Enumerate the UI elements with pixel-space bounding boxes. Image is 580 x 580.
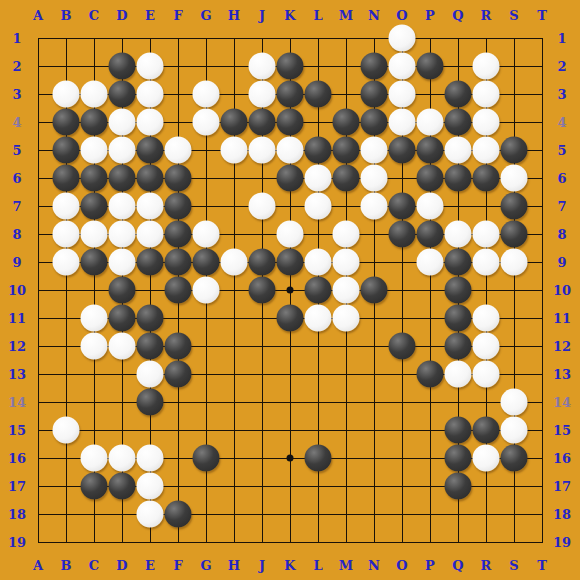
- col-label-bottom-S: S: [509, 559, 518, 572]
- black-stone-Q9: [445, 249, 472, 276]
- white-stone-H5: [221, 137, 248, 164]
- white-stone-R9: [473, 249, 500, 276]
- white-stone-S15: [501, 417, 528, 444]
- row-label-right-1: 1: [557, 32, 566, 45]
- black-stone-L3: [305, 81, 332, 108]
- white-stone-P4: [417, 109, 444, 136]
- black-stone-Q16: [445, 445, 472, 472]
- col-label-bottom-G: G: [200, 559, 211, 572]
- white-stone-E7: [137, 193, 164, 220]
- white-stone-C12: [81, 333, 108, 360]
- white-stone-D7: [109, 193, 136, 220]
- col-label-bottom-R: R: [481, 559, 492, 572]
- black-stone-K2: [277, 53, 304, 80]
- black-stone-S7: [501, 193, 528, 220]
- col-label-top-D: D: [116, 9, 127, 22]
- row-label-left-13: 13: [8, 368, 26, 381]
- row-label-right-10: 10: [553, 284, 571, 297]
- white-stone-C16: [81, 445, 108, 472]
- white-stone-L9: [305, 249, 332, 276]
- white-stone-L6: [305, 165, 332, 192]
- black-stone-J10: [249, 277, 276, 304]
- white-stone-B7: [53, 193, 80, 220]
- row-label-left-8: 8: [12, 228, 21, 241]
- black-stone-R15: [473, 417, 500, 444]
- white-stone-E13: [137, 361, 164, 388]
- black-stone-D3: [109, 81, 136, 108]
- row-label-left-2: 2: [12, 60, 21, 73]
- white-stone-C8: [81, 221, 108, 248]
- col-label-top-S: S: [509, 9, 518, 22]
- white-stone-J7: [249, 193, 276, 220]
- black-stone-P13: [417, 361, 444, 388]
- white-stone-D5: [109, 137, 136, 164]
- black-stone-P6: [417, 165, 444, 192]
- white-stone-R5: [473, 137, 500, 164]
- white-stone-J3: [249, 81, 276, 108]
- row-label-left-14: 14: [8, 396, 26, 409]
- white-stone-O1: [389, 25, 416, 52]
- white-stone-E3: [137, 81, 164, 108]
- black-stone-G16: [193, 445, 220, 472]
- white-stone-E18: [137, 501, 164, 528]
- black-stone-F18: [165, 501, 192, 528]
- white-stone-N7: [361, 193, 388, 220]
- row-label-right-6: 6: [557, 172, 566, 185]
- black-stone-E14: [137, 389, 164, 416]
- white-stone-R8: [473, 221, 500, 248]
- black-stone-Q3: [445, 81, 472, 108]
- white-stone-P7: [417, 193, 444, 220]
- black-stone-Q6: [445, 165, 472, 192]
- black-stone-P8: [417, 221, 444, 248]
- row-label-left-7: 7: [12, 200, 21, 213]
- row-label-right-17: 17: [553, 480, 571, 493]
- black-stone-K4: [277, 109, 304, 136]
- white-stone-S14: [501, 389, 528, 416]
- black-stone-Q17: [445, 473, 472, 500]
- black-stone-O7: [389, 193, 416, 220]
- black-stone-D17: [109, 473, 136, 500]
- black-stone-M5: [333, 137, 360, 164]
- white-stone-R3: [473, 81, 500, 108]
- black-stone-E11: [137, 305, 164, 332]
- row-label-left-18: 18: [8, 508, 26, 521]
- row-label-right-16: 16: [553, 452, 571, 465]
- black-stone-F6: [165, 165, 192, 192]
- white-stone-Q5: [445, 137, 472, 164]
- white-stone-R11: [473, 305, 500, 332]
- col-label-bottom-C: C: [89, 559, 99, 572]
- black-stone-B4: [53, 109, 80, 136]
- white-stone-O4: [389, 109, 416, 136]
- white-stone-E2: [137, 53, 164, 80]
- black-stone-F13: [165, 361, 192, 388]
- col-label-bottom-D: D: [116, 559, 127, 572]
- black-stone-F9: [165, 249, 192, 276]
- row-label-left-10: 10: [8, 284, 26, 297]
- col-label-top-N: N: [368, 9, 380, 22]
- white-stone-B3: [53, 81, 80, 108]
- col-label-top-Q: Q: [452, 9, 463, 22]
- col-label-bottom-O: O: [396, 559, 407, 572]
- white-stone-Q13: [445, 361, 472, 388]
- white-stone-S6: [501, 165, 528, 192]
- row-label-left-6: 6: [12, 172, 21, 185]
- col-label-top-T: T: [537, 9, 547, 22]
- black-stone-R6: [473, 165, 500, 192]
- black-stone-L5: [305, 137, 332, 164]
- black-stone-Q11: [445, 305, 472, 332]
- white-stone-L7: [305, 193, 332, 220]
- col-label-top-O: O: [396, 9, 407, 22]
- row-label-right-4: 4: [557, 116, 566, 129]
- black-stone-O12: [389, 333, 416, 360]
- white-stone-E17: [137, 473, 164, 500]
- white-stone-E8: [137, 221, 164, 248]
- black-stone-D11: [109, 305, 136, 332]
- white-stone-R13: [473, 361, 500, 388]
- go-board-screen: ABCDEFGHJKLMNOPQRST ABCDEFGHJKLMNOPQRST …: [0, 0, 580, 580]
- black-stone-L10: [305, 277, 332, 304]
- white-stone-G3: [193, 81, 220, 108]
- black-stone-P5: [417, 137, 444, 164]
- black-stone-N4: [361, 109, 388, 136]
- col-label-top-H: H: [228, 9, 240, 22]
- black-stone-F8: [165, 221, 192, 248]
- row-label-left-17: 17: [8, 480, 26, 493]
- row-label-right-18: 18: [553, 508, 571, 521]
- row-label-left-19: 19: [8, 536, 26, 549]
- white-stone-E4: [137, 109, 164, 136]
- white-stone-D9: [109, 249, 136, 276]
- col-label-bottom-P: P: [425, 559, 435, 572]
- white-stone-M8: [333, 221, 360, 248]
- white-stone-N6: [361, 165, 388, 192]
- black-stone-C9: [81, 249, 108, 276]
- white-stone-S9: [501, 249, 528, 276]
- white-stone-B9: [53, 249, 80, 276]
- black-stone-B5: [53, 137, 80, 164]
- white-stone-G4: [193, 109, 220, 136]
- black-stone-E6: [137, 165, 164, 192]
- white-stone-J2: [249, 53, 276, 80]
- row-label-right-14: 14: [553, 396, 571, 409]
- col-label-bottom-F: F: [173, 559, 182, 572]
- white-stone-G10: [193, 277, 220, 304]
- row-label-left-3: 3: [12, 88, 21, 101]
- black-stone-D6: [109, 165, 136, 192]
- black-stone-P2: [417, 53, 444, 80]
- white-stone-F5: [165, 137, 192, 164]
- black-stone-J9: [249, 249, 276, 276]
- go-board[interactable]: ABCDEFGHJKLMNOPQRST ABCDEFGHJKLMNOPQRST …: [0, 0, 580, 580]
- black-stone-S8: [501, 221, 528, 248]
- white-stone-E16: [137, 445, 164, 472]
- black-stone-F7: [165, 193, 192, 220]
- col-label-top-G: G: [200, 9, 211, 22]
- black-stone-K11: [277, 305, 304, 332]
- black-stone-E5: [137, 137, 164, 164]
- col-label-top-M: M: [339, 9, 353, 22]
- row-label-left-4: 4: [12, 116, 21, 129]
- col-label-top-J: J: [259, 9, 265, 22]
- row-label-right-2: 2: [557, 60, 566, 73]
- col-label-bottom-L: L: [313, 559, 322, 572]
- white-stone-G8: [193, 221, 220, 248]
- black-stone-N2: [361, 53, 388, 80]
- black-stone-M4: [333, 109, 360, 136]
- black-stone-O8: [389, 221, 416, 248]
- black-stone-Q15: [445, 417, 472, 444]
- row-label-left-12: 12: [8, 340, 26, 353]
- col-label-bottom-A: A: [33, 559, 43, 572]
- col-label-bottom-E: E: [145, 559, 155, 572]
- row-label-left-11: 11: [8, 312, 26, 325]
- black-stone-G9: [193, 249, 220, 276]
- black-stone-Q12: [445, 333, 472, 360]
- black-stone-K9: [277, 249, 304, 276]
- white-stone-P9: [417, 249, 444, 276]
- white-stone-C3: [81, 81, 108, 108]
- row-label-left-9: 9: [12, 256, 21, 269]
- col-label-top-K: K: [284, 9, 295, 22]
- black-stone-S16: [501, 445, 528, 472]
- row-label-right-7: 7: [557, 200, 566, 213]
- col-label-bottom-K: K: [284, 559, 295, 572]
- black-stone-E12: [137, 333, 164, 360]
- black-stone-S5: [501, 137, 528, 164]
- star-point-K10: [287, 287, 294, 294]
- white-stone-R16: [473, 445, 500, 472]
- col-label-bottom-J: J: [259, 559, 265, 572]
- white-stone-D12: [109, 333, 136, 360]
- white-stone-L11: [305, 305, 332, 332]
- black-stone-M6: [333, 165, 360, 192]
- row-label-right-12: 12: [553, 340, 571, 353]
- black-stone-N3: [361, 81, 388, 108]
- row-label-left-5: 5: [12, 144, 21, 157]
- row-label-right-9: 9: [557, 256, 566, 269]
- col-label-bottom-T: T: [537, 559, 547, 572]
- white-stone-N5: [361, 137, 388, 164]
- white-stone-R2: [473, 53, 500, 80]
- black-stone-D10: [109, 277, 136, 304]
- col-label-top-A: A: [33, 9, 43, 22]
- col-label-bottom-Q: Q: [452, 559, 463, 572]
- black-stone-O5: [389, 137, 416, 164]
- white-stone-M10: [333, 277, 360, 304]
- row-label-right-13: 13: [553, 368, 571, 381]
- col-label-bottom-M: M: [339, 559, 353, 572]
- row-label-right-11: 11: [553, 312, 571, 325]
- black-stone-H4: [221, 109, 248, 136]
- black-stone-N10: [361, 277, 388, 304]
- white-stone-B15: [53, 417, 80, 444]
- row-label-right-15: 15: [553, 424, 571, 437]
- white-stone-O3: [389, 81, 416, 108]
- white-stone-D4: [109, 109, 136, 136]
- white-stone-D8: [109, 221, 136, 248]
- black-stone-Q4: [445, 109, 472, 136]
- col-label-top-P: P: [425, 9, 435, 22]
- white-stone-M9: [333, 249, 360, 276]
- white-stone-M11: [333, 305, 360, 332]
- row-label-right-19: 19: [553, 536, 571, 549]
- col-label-top-E: E: [145, 9, 155, 22]
- black-stone-C6: [81, 165, 108, 192]
- black-stone-C4: [81, 109, 108, 136]
- black-stone-F10: [165, 277, 192, 304]
- black-stone-J4: [249, 109, 276, 136]
- white-stone-R12: [473, 333, 500, 360]
- row-label-left-1: 1: [12, 32, 21, 45]
- white-stone-H9: [221, 249, 248, 276]
- white-stone-K5: [277, 137, 304, 164]
- black-stone-F12: [165, 333, 192, 360]
- white-stone-Q8: [445, 221, 472, 248]
- black-stone-E9: [137, 249, 164, 276]
- white-stone-B8: [53, 221, 80, 248]
- row-label-right-8: 8: [557, 228, 566, 241]
- black-stone-B6: [53, 165, 80, 192]
- col-label-bottom-H: H: [228, 559, 240, 572]
- col-label-top-C: C: [89, 9, 99, 22]
- col-label-top-B: B: [61, 9, 72, 22]
- row-label-left-15: 15: [8, 424, 26, 437]
- col-label-bottom-N: N: [368, 559, 380, 572]
- black-stone-K3: [277, 81, 304, 108]
- white-stone-J5: [249, 137, 276, 164]
- row-label-right-3: 3: [557, 88, 566, 101]
- black-stone-D2: [109, 53, 136, 80]
- row-label-right-5: 5: [557, 144, 566, 157]
- black-stone-K6: [277, 165, 304, 192]
- white-stone-C11: [81, 305, 108, 332]
- white-stone-C5: [81, 137, 108, 164]
- col-label-top-F: F: [173, 9, 182, 22]
- col-label-top-R: R: [481, 9, 492, 22]
- white-stone-R4: [473, 109, 500, 136]
- star-point-K16: [287, 455, 294, 462]
- row-label-left-16: 16: [8, 452, 26, 465]
- white-stone-K8: [277, 221, 304, 248]
- black-stone-Q10: [445, 277, 472, 304]
- col-label-top-L: L: [313, 9, 322, 22]
- black-stone-C7: [81, 193, 108, 220]
- col-label-bottom-B: B: [61, 559, 72, 572]
- black-stone-C17: [81, 473, 108, 500]
- white-stone-O2: [389, 53, 416, 80]
- white-stone-D16: [109, 445, 136, 472]
- black-stone-L16: [305, 445, 332, 472]
